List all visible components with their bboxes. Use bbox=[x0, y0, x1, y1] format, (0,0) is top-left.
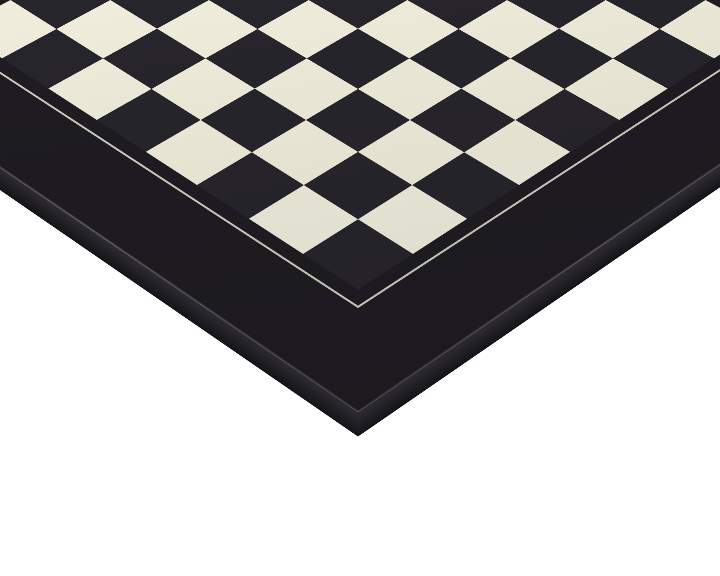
chessboard bbox=[0, 0, 720, 412]
chessboard-product-photo bbox=[0, 0, 720, 576]
